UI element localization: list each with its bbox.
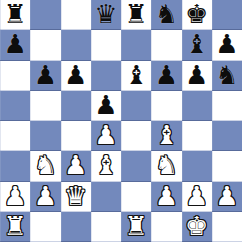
- white-bishop[interactable]: ♝: [155, 122, 178, 148]
- square-e4[interactable]: [121, 121, 151, 151]
- white-pawn[interactable]: ♟: [215, 183, 238, 209]
- square-f4[interactable]: ♝: [151, 121, 181, 151]
- square-f2[interactable]: ♟: [151, 182, 181, 212]
- square-c4[interactable]: [61, 121, 91, 151]
- square-b6[interactable]: ♟: [30, 61, 60, 91]
- square-a2[interactable]: ♟: [0, 182, 30, 212]
- black-pawn[interactable]: ♟: [155, 62, 178, 88]
- square-g2[interactable]: ♟: [182, 182, 212, 212]
- square-d6[interactable]: [91, 61, 121, 91]
- square-b5[interactable]: [30, 91, 60, 121]
- square-h4[interactable]: [212, 121, 242, 151]
- square-g3[interactable]: [182, 151, 212, 181]
- square-b8[interactable]: [30, 0, 60, 30]
- square-e6[interactable]: ♝: [121, 61, 151, 91]
- white-bishop[interactable]: ♝: [94, 152, 117, 178]
- square-a5[interactable]: [0, 91, 30, 121]
- square-f8[interactable]: ♞: [151, 0, 181, 30]
- white-pawn[interactable]: ♟: [34, 183, 57, 209]
- square-b7[interactable]: [30, 30, 60, 60]
- square-e7[interactable]: [121, 30, 151, 60]
- black-pawn[interactable]: ♟: [94, 92, 117, 118]
- square-f5[interactable]: [151, 91, 181, 121]
- square-h6[interactable]: ♞: [212, 61, 242, 91]
- square-a1[interactable]: ♜: [0, 212, 30, 242]
- square-g7[interactable]: ♝: [182, 30, 212, 60]
- white-pawn[interactable]: ♟: [185, 183, 208, 209]
- square-e2[interactable]: [121, 182, 151, 212]
- white-pawn[interactable]: ♟: [155, 183, 178, 209]
- square-f3[interactable]: ♞: [151, 151, 181, 181]
- black-queen[interactable]: ♛: [94, 1, 117, 27]
- square-d1[interactable]: [91, 212, 121, 242]
- square-g1[interactable]: ♚: [182, 212, 212, 242]
- black-bishop[interactable]: ♝: [185, 31, 208, 57]
- square-a7[interactable]: ♟: [0, 30, 30, 60]
- black-knight[interactable]: ♞: [155, 1, 178, 27]
- square-c3[interactable]: ♟: [61, 151, 91, 181]
- white-pawn[interactable]: ♟: [3, 183, 26, 209]
- square-e5[interactable]: [121, 91, 151, 121]
- square-g8[interactable]: ♚: [182, 0, 212, 30]
- square-c8[interactable]: [61, 0, 91, 30]
- black-rook[interactable]: ♜: [124, 1, 147, 27]
- square-a6[interactable]: [0, 61, 30, 91]
- square-f1[interactable]: [151, 212, 181, 242]
- square-e1[interactable]: ♜: [121, 212, 151, 242]
- white-king[interactable]: ♚: [185, 213, 208, 239]
- square-h2[interactable]: ♟: [212, 182, 242, 212]
- square-d7[interactable]: [91, 30, 121, 60]
- square-c7[interactable]: [61, 30, 91, 60]
- white-pawn[interactable]: ♟: [64, 152, 87, 178]
- square-g6[interactable]: ♟: [182, 61, 212, 91]
- square-b3[interactable]: ♞: [30, 151, 60, 181]
- black-rook[interactable]: ♜: [3, 1, 26, 27]
- square-b1[interactable]: [30, 212, 60, 242]
- black-pawn[interactable]: ♟: [64, 62, 87, 88]
- black-bishop[interactable]: ♝: [124, 62, 147, 88]
- square-h1[interactable]: [212, 212, 242, 242]
- square-b2[interactable]: ♟: [30, 182, 60, 212]
- square-c1[interactable]: [61, 212, 91, 242]
- square-f7[interactable]: [151, 30, 181, 60]
- square-d5[interactable]: ♟: [91, 91, 121, 121]
- square-g5[interactable]: [182, 91, 212, 121]
- square-h7[interactable]: ♟: [212, 30, 242, 60]
- black-pawn[interactable]: ♟: [185, 62, 208, 88]
- square-c5[interactable]: [61, 91, 91, 121]
- square-f6[interactable]: ♟: [151, 61, 181, 91]
- black-pawn[interactable]: ♟: [3, 31, 26, 57]
- black-pawn[interactable]: ♟: [215, 31, 238, 57]
- white-knight[interactable]: ♞: [34, 152, 57, 178]
- square-c2[interactable]: ♛: [61, 182, 91, 212]
- square-c6[interactable]: ♟: [61, 61, 91, 91]
- square-h8[interactable]: [212, 0, 242, 30]
- white-knight[interactable]: ♞: [155, 152, 178, 178]
- square-h5[interactable]: [212, 91, 242, 121]
- black-knight[interactable]: ♞: [215, 62, 238, 88]
- white-rook[interactable]: ♜: [3, 213, 26, 239]
- square-h3[interactable]: [212, 151, 242, 181]
- black-king[interactable]: ♚: [185, 1, 208, 27]
- white-queen[interactable]: ♛: [64, 183, 87, 209]
- square-d4[interactable]: ♟: [91, 121, 121, 151]
- square-g4[interactable]: [182, 121, 212, 151]
- square-a8[interactable]: ♜: [0, 0, 30, 30]
- white-rook[interactable]: ♜: [124, 213, 147, 239]
- chess-board: ♜♛♜♞♚♟♝♟♟♟♝♟♟♞♟♟♝♞♟♝♞♟♟♛♟♟♟♜♜♚: [0, 0, 242, 242]
- square-a3[interactable]: [0, 151, 30, 181]
- square-b4[interactable]: [30, 121, 60, 151]
- square-e3[interactable]: [121, 151, 151, 181]
- square-d3[interactable]: ♝: [91, 151, 121, 181]
- square-d2[interactable]: [91, 182, 121, 212]
- square-a4[interactable]: [0, 121, 30, 151]
- square-d8[interactable]: ♛: [91, 0, 121, 30]
- black-pawn[interactable]: ♟: [34, 62, 57, 88]
- square-e8[interactable]: ♜: [121, 0, 151, 30]
- chess-app: ♜♛♜♞♚♟♝♟♟♟♝♟♟♞♟♟♝♞♟♝♞♟♟♛♟♟♟♜♜♚: [0, 0, 242, 242]
- white-pawn[interactable]: ♟: [94, 122, 117, 148]
